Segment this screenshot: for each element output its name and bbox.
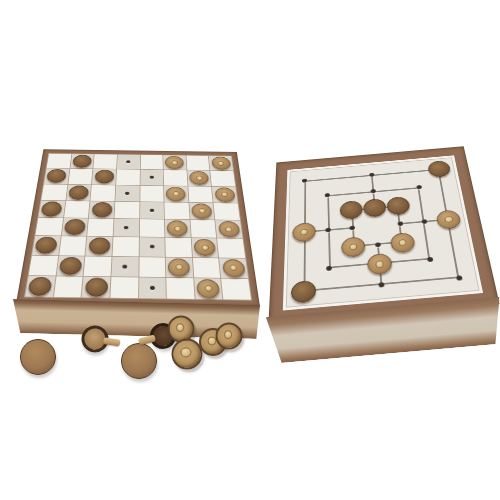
peg-hole — [378, 282, 384, 287]
peg-hole — [375, 242, 381, 247]
morris-point-g4[interactable] — [436, 209, 463, 229]
checkers-piece-pegged[interactable] — [211, 157, 231, 170]
checkers-piece-dark[interactable] — [59, 257, 83, 275]
checkers-square-g8[interactable] — [186, 156, 209, 171]
checkers-square-f5[interactable] — [165, 202, 190, 219]
checkers-piece-pegged[interactable] — [214, 187, 235, 202]
checkers-square-d6[interactable] — [115, 185, 139, 201]
checkers-square-d3[interactable] — [112, 237, 138, 256]
checkers-square-h1[interactable] — [222, 278, 251, 299]
checkers-square-h8[interactable] — [209, 156, 233, 171]
peg-hole — [324, 193, 329, 197]
product-photo-scene — [0, 0, 500, 500]
checkers-square-e7[interactable] — [140, 170, 163, 185]
checkers-square-f1[interactable] — [166, 278, 194, 299]
checkers-square-a4[interactable] — [35, 218, 62, 236]
checkers-square-c2[interactable] — [84, 256, 112, 276]
checkers-piece-pegged[interactable] — [166, 186, 186, 201]
checkers-square-f6[interactable] — [164, 186, 188, 202]
checkers-square-h6[interactable] — [212, 186, 237, 202]
checkers-square-c6[interactable] — [91, 185, 116, 201]
checkers-square-a7[interactable] — [44, 169, 69, 184]
checkers-square-c3[interactable] — [86, 237, 113, 256]
checkers-square-b7[interactable] — [68, 169, 93, 184]
peg-hole — [123, 264, 128, 268]
checkers-square-e3[interactable] — [139, 237, 165, 256]
checkers-square-a6[interactable] — [41, 184, 67, 200]
checkers-square-e5[interactable] — [140, 202, 164, 219]
checkers-piece-dark[interactable] — [84, 277, 108, 296]
morris-piece-pegged[interactable] — [390, 232, 416, 253]
checkers-square-a8[interactable] — [47, 154, 71, 169]
checkers-square-g6[interactable] — [188, 186, 213, 202]
peg-hole — [150, 176, 154, 179]
morris-point-f6[interactable] — [407, 178, 432, 197]
piece-peg-top — [181, 347, 191, 357]
morris-point-c3[interactable] — [341, 236, 366, 258]
checkers-square-h3[interactable] — [217, 239, 245, 258]
checkers-piece-pegged[interactable] — [191, 203, 212, 218]
checkers-square-h5[interactable] — [214, 203, 240, 220]
checkers-square-d8[interactable] — [117, 155, 140, 170]
morris-point-a7[interactable] — [293, 172, 315, 190]
checkers-piece-dark[interactable] — [28, 277, 53, 296]
checkers-square-c7[interactable] — [92, 169, 116, 184]
loose-piece-peg-up[interactable] — [216, 323, 243, 350]
checkers-piece-pegged[interactable] — [194, 239, 217, 256]
peg-hole — [369, 173, 374, 177]
checkers-square-a3[interactable] — [32, 236, 60, 255]
checkers-piece-dark[interactable] — [91, 202, 112, 217]
checkers-square-e2[interactable] — [139, 257, 166, 277]
checkers-piece-dark[interactable] — [64, 219, 86, 235]
loose-piece-flat-disc[interactable] — [121, 343, 157, 379]
checkers-square-f3[interactable] — [165, 238, 191, 257]
checkers-piece-pegged[interactable] — [165, 156, 184, 169]
checkers-square-b6[interactable] — [66, 184, 91, 200]
morris-point-f4[interactable] — [412, 211, 438, 231]
checkers-piece-dark[interactable] — [88, 238, 110, 255]
checkers-square-d7[interactable] — [116, 169, 139, 184]
morris-point-d1[interactable] — [368, 273, 395, 297]
morris-point-c4[interactable] — [340, 218, 364, 239]
morris-piece-dark[interactable] — [290, 280, 315, 304]
checkers-square-e6[interactable] — [140, 185, 164, 201]
peg-hole — [302, 179, 307, 183]
morris-point-b2[interactable] — [316, 258, 341, 281]
loose-piece-side-peg[interactable] — [80, 324, 110, 354]
checkers-piece-dark[interactable] — [34, 237, 58, 254]
checkers-square-h7[interactable] — [211, 171, 236, 186]
morris-point-f2[interactable] — [417, 249, 444, 271]
peg-hole — [150, 245, 155, 249]
morris-point-a4[interactable] — [292, 222, 315, 243]
peg-hole — [126, 160, 130, 163]
checkers-square-a2[interactable] — [29, 255, 58, 275]
morris-point-d2[interactable] — [367, 253, 393, 276]
morris-board-box — [268, 146, 499, 324]
peg-hole — [417, 185, 423, 189]
checkers-piece-dark[interactable] — [72, 155, 92, 168]
peg-hole — [349, 226, 355, 231]
peg-hole — [325, 228, 330, 233]
checkers-square-c5[interactable] — [89, 201, 114, 218]
morris-piece-dark[interactable] — [363, 198, 387, 218]
checkers-square-e4[interactable] — [139, 219, 164, 237]
checkers-square-g5[interactable] — [189, 203, 214, 220]
checkers-square-c8[interactable] — [93, 154, 116, 169]
morris-piece-pegged[interactable] — [292, 222, 315, 243]
peg-hole — [326, 266, 332, 271]
checkers-square-d5[interactable] — [114, 202, 139, 219]
checkers-square-b1[interactable] — [54, 276, 83, 297]
morris-point-g1[interactable] — [445, 267, 474, 291]
morris-point-b6[interactable] — [316, 186, 339, 205]
checkers-piece-pegged[interactable] — [189, 171, 209, 185]
peg-hole — [150, 209, 154, 212]
checkers-square-c1[interactable] — [82, 277, 110, 298]
checkers-square-f4[interactable] — [165, 220, 191, 238]
checkers-board-box — [16, 149, 260, 306]
checkers-square-g1[interactable] — [194, 278, 223, 299]
checkers-square-b8[interactable] — [70, 154, 94, 169]
morris-point-d3[interactable] — [365, 234, 390, 256]
morris-piece-dark[interactable] — [427, 160, 452, 178]
checkers-piece-pegged[interactable] — [218, 221, 241, 237]
peg-hole — [427, 257, 433, 262]
checkers-piece-dark[interactable] — [68, 185, 89, 200]
loose-piece-flat-disc[interactable] — [20, 339, 56, 375]
checkers-square-c4[interactable] — [87, 218, 113, 236]
peg-hole — [125, 191, 129, 194]
piece-peg-top — [224, 330, 233, 339]
morris-point-b4[interactable] — [316, 220, 340, 241]
checkers-square-a5[interactable] — [38, 200, 65, 217]
peg-hole — [124, 226, 129, 230]
peg-hole — [371, 189, 376, 193]
checkers-square-b3[interactable] — [59, 236, 87, 255]
checkers-square-d2[interactable] — [111, 256, 138, 276]
morris-playing-surface — [290, 160, 475, 304]
checkers-square-g7[interactable] — [187, 170, 211, 185]
checkers-piece-dark[interactable] — [46, 169, 67, 183]
peg-hole — [422, 219, 428, 224]
piece-peg-top — [176, 323, 185, 332]
morris-piece-pegged[interactable] — [341, 236, 366, 258]
checkers-square-f2[interactable] — [166, 257, 193, 277]
checkers-square-f7[interactable] — [164, 170, 188, 185]
loose-piece-peg-up[interactable] — [172, 339, 203, 370]
morris-point-d5[interactable] — [363, 198, 387, 218]
checkers-square-d1[interactable] — [110, 277, 138, 298]
checkers-square-b4[interactable] — [61, 218, 88, 236]
checkers-square-b2[interactable] — [56, 256, 84, 276]
checkers-piece-pegged[interactable] — [196, 279, 220, 298]
morris-point-g7[interactable] — [427, 160, 452, 178]
checkers-square-g2[interactable] — [193, 258, 221, 278]
checkers-square-g4[interactable] — [190, 220, 216, 238]
checkers-square-b5[interactable] — [64, 201, 90, 218]
peg-hole — [150, 286, 155, 290]
checkers-piece-dark[interactable] — [94, 170, 114, 184]
checkers-square-g3[interactable] — [191, 238, 218, 257]
checkers-square-h2[interactable] — [219, 258, 248, 278]
checkers-square-f8[interactable] — [163, 155, 186, 170]
checkers-square-a1[interactable] — [25, 276, 55, 297]
checkers-piece-pegged[interactable] — [167, 220, 188, 236]
checkers-square-h4[interactable] — [216, 220, 243, 238]
checkers-square-e8[interactable] — [140, 155, 163, 170]
morris-point-e3[interactable] — [390, 232, 416, 253]
peg-hole — [398, 221, 404, 226]
checkers-square-d4[interactable] — [113, 219, 138, 237]
morris-point-a1[interactable] — [290, 280, 315, 304]
checkers-playing-surface — [24, 153, 252, 300]
morris-point-e4[interactable] — [388, 214, 413, 234]
morris-surface-rim — [283, 155, 483, 310]
morris-piece-pegged[interactable] — [436, 209, 463, 229]
checkers-piece-dark[interactable] — [41, 201, 63, 216]
peg-hole — [456, 275, 463, 280]
checkers-square-e1[interactable] — [139, 277, 166, 298]
checkers-piece-pegged[interactable] — [222, 259, 246, 277]
morris-piece-pegged[interactable] — [367, 253, 393, 276]
checkers-piece-pegged[interactable] — [168, 258, 191, 276]
